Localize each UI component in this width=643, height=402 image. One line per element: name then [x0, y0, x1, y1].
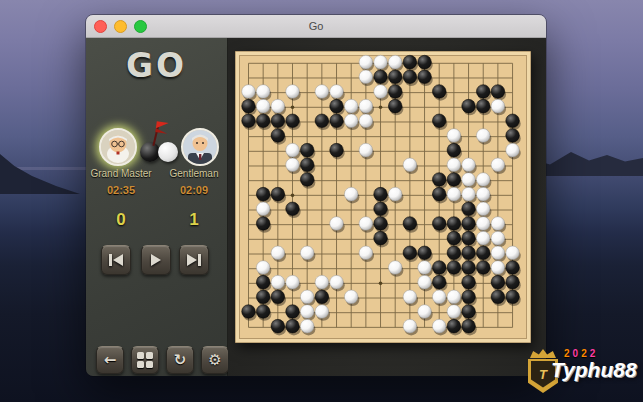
avatar-grand-master	[99, 128, 137, 166]
settings-button[interactable]: ⚙	[201, 346, 229, 374]
go-board[interactable]	[235, 51, 531, 343]
player-clock-black: 02:35	[86, 184, 156, 196]
minimize-button[interactable]	[114, 20, 127, 33]
capture-count-black: 0	[86, 210, 156, 230]
player-name-black: Grand Master	[86, 168, 156, 179]
play-button[interactable]	[141, 245, 171, 275]
crown-icon	[530, 348, 556, 358]
restart-button[interactable]: ↻	[166, 346, 194, 374]
titlebar[interactable]: Go	[86, 15, 546, 38]
window-title: Go	[309, 20, 324, 32]
apps-button[interactable]	[131, 346, 159, 374]
app-logo: GO	[86, 46, 227, 85]
main-area	[228, 38, 546, 376]
gentleman-face	[183, 130, 217, 164]
back-button[interactable]: ←	[96, 346, 124, 374]
typhu88-watermark: T 2022 Typhu88	[518, 348, 640, 396]
avatar-gentleman	[181, 128, 219, 166]
previous-move-button[interactable]	[101, 245, 131, 275]
coast-silhouette	[0, 154, 80, 194]
brand-name: Typhu88	[551, 358, 637, 382]
capture-count-white: 1	[159, 210, 229, 230]
play-icon	[151, 254, 161, 266]
player-clock-white: 02:09	[159, 184, 229, 196]
skip-back-icon	[109, 254, 123, 266]
gear-icon: ⚙	[208, 353, 221, 368]
player-name-white: Gentleman	[159, 168, 229, 179]
skip-forward-icon	[187, 254, 201, 266]
grand-master-face	[101, 130, 135, 164]
go-app-window: Go GO	[85, 14, 547, 377]
traffic-lights	[94, 20, 147, 33]
next-move-button[interactable]	[179, 245, 209, 275]
zoom-button[interactable]	[134, 20, 147, 33]
restart-icon: ↻	[174, 353, 187, 368]
white-stone-indicator	[158, 142, 178, 162]
back-arrow-icon: ←	[104, 353, 117, 368]
sidebar: GO	[86, 38, 228, 376]
apps-grid-icon	[137, 352, 153, 368]
close-button[interactable]	[94, 20, 107, 33]
